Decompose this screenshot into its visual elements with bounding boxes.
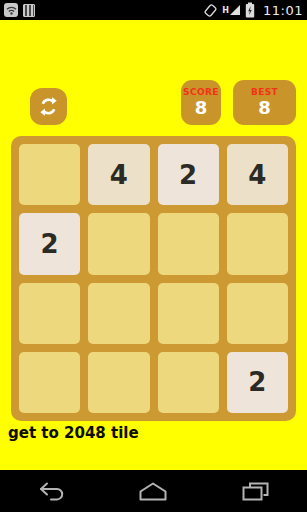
empty-cell-r4c3 [158, 352, 219, 413]
navigation-bar [0, 470, 307, 512]
empty-cell-r1c1 [19, 144, 80, 205]
refresh-icon [38, 96, 59, 117]
wifi-notification-icon [4, 3, 18, 17]
goal-text: get to 2048 tile [8, 424, 139, 442]
home-button[interactable] [102, 470, 204, 512]
status-bar: H 11:01 [0, 0, 307, 20]
recents-icon [242, 482, 269, 501]
empty-cell-r2c4 [227, 213, 288, 274]
empty-cell-r4c1 [19, 352, 80, 413]
screen: H 11:01 SCORE 8 BEST 8 [0, 0, 307, 512]
empty-cell-r2c2 [88, 213, 149, 274]
tile-4-r1c2: 4 [88, 144, 149, 205]
score-value: 8 [195, 98, 208, 118]
status-bar-left [4, 3, 35, 17]
tile-4-r1c4: 4 [227, 144, 288, 205]
tile-2-r4c4: 2 [227, 352, 288, 413]
score-badge: SCORE 8 [181, 80, 221, 125]
tile-2-r2c1: 2 [19, 213, 80, 274]
recents-button[interactable] [205, 470, 307, 512]
board-grid[interactable]: 42422 [11, 136, 296, 421]
restart-button[interactable] [30, 88, 67, 125]
empty-cell-r2c3 [158, 213, 219, 274]
status-bar-right: H 11:01 [204, 2, 303, 18]
empty-cell-r3c3 [158, 283, 219, 344]
empty-cell-r3c2 [88, 283, 149, 344]
rotation-icon [204, 3, 217, 18]
clock: 11:01 [263, 3, 303, 18]
h-network-signal-icon: H [222, 5, 240, 15]
tile-2-r1c3: 2 [158, 144, 219, 205]
battery-charging-icon [245, 2, 255, 18]
back-icon [38, 482, 65, 501]
back-button[interactable] [0, 470, 102, 512]
best-value: 8 [258, 98, 271, 118]
best-badge: BEST 8 [233, 80, 296, 125]
signal-triangle-icon [230, 5, 240, 15]
empty-cell-r3c4 [227, 283, 288, 344]
home-icon [139, 482, 167, 501]
empty-cell-r3c1 [19, 283, 80, 344]
empty-cell-r4c2 [88, 352, 149, 413]
bars-notification-icon [23, 4, 35, 17]
network-type-label: H [222, 7, 229, 15]
